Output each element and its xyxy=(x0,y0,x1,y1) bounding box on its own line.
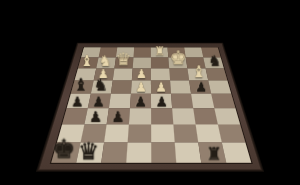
chess-3d-scene: ♜♝♞♛♚♞♟♟♝♝♞♟♟♟♟♟♟♟♟♟♚♛♜ xyxy=(0,0,300,185)
square-e4[interactable]: ♟ xyxy=(131,80,151,93)
square-c4[interactable] xyxy=(170,80,191,93)
square-b8[interactable]: ♜ xyxy=(198,143,226,163)
piece-black-R-b8[interactable]: ♜ xyxy=(201,145,226,163)
square-g5[interactable]: ♟ xyxy=(88,94,111,109)
square-b4[interactable]: ♟ xyxy=(189,80,211,93)
square-d5[interactable]: ♟ xyxy=(151,94,172,109)
square-d7[interactable] xyxy=(151,124,175,142)
piece-white-K-c2[interactable]: ♚ xyxy=(169,49,187,68)
piece-white-P-e3[interactable]: ♟ xyxy=(132,68,151,80)
square-a6[interactable] xyxy=(214,108,240,124)
square-a3[interactable] xyxy=(206,68,228,80)
square-f7[interactable] xyxy=(104,124,129,142)
piece-white-R-d1[interactable]: ♜ xyxy=(151,45,168,57)
chess-board: ♜♝♞♛♚♞♟♟♝♝♞♟♟♟♟♟♟♟♟♟♚♛♜ xyxy=(51,47,251,162)
square-g6[interactable]: ♟ xyxy=(84,108,109,124)
square-e8[interactable] xyxy=(126,143,151,163)
square-c3[interactable] xyxy=(169,68,189,80)
piece-white-B-b3[interactable]: ♝ xyxy=(189,64,208,80)
square-f4[interactable] xyxy=(111,80,132,93)
square-e1[interactable] xyxy=(133,47,150,57)
square-f6[interactable]: ♟ xyxy=(107,108,130,124)
square-c2[interactable]: ♚ xyxy=(168,57,187,68)
piece-black-B-h4[interactable]: ♝ xyxy=(71,77,91,94)
square-d4[interactable]: ♟ xyxy=(151,80,171,93)
square-f2[interactable]: ♛ xyxy=(114,57,133,68)
square-a7[interactable] xyxy=(218,124,245,142)
piece-black-N-g4[interactable]: ♞ xyxy=(91,78,111,94)
square-b5[interactable] xyxy=(191,94,214,109)
piece-black-P-g5[interactable]: ♟ xyxy=(88,95,109,109)
piece-white-P-d4[interactable]: ♟ xyxy=(151,81,171,94)
square-c7[interactable] xyxy=(173,124,198,142)
square-c8[interactable] xyxy=(175,143,202,163)
square-e6[interactable] xyxy=(129,108,151,124)
piece-black-Q-g8[interactable]: ♛ xyxy=(76,139,101,163)
square-c5[interactable] xyxy=(171,94,193,109)
square-c6[interactable] xyxy=(172,108,195,124)
piece-black-K-h8[interactable]: ♚ xyxy=(51,137,76,163)
piece-white-Q-f2[interactable]: ♛ xyxy=(114,51,132,68)
square-f5[interactable] xyxy=(109,94,131,109)
square-a4[interactable] xyxy=(208,80,231,93)
square-f8[interactable] xyxy=(101,143,127,163)
piece-white-P-e4[interactable]: ♟ xyxy=(131,81,151,94)
piece-black-P-d5[interactable]: ♟ xyxy=(151,95,172,109)
board-tilt-wrapper: ♜♝♞♛♚♞♟♟♝♝♞♟♟♟♟♟♟♟♟♟♚♛♜ xyxy=(36,43,264,172)
board-frame: ♜♝♞♛♚♞♟♟♝♝♞♟♟♟♟♟♟♟♟♟♚♛♜ xyxy=(36,43,264,172)
square-d2[interactable] xyxy=(151,57,169,68)
square-a5[interactable] xyxy=(211,94,235,109)
piece-white-B-h2[interactable]: ♝ xyxy=(78,53,96,69)
piece-black-N-a2[interactable]: ♞ xyxy=(206,54,224,69)
piece-black-P-b4[interactable]: ♟ xyxy=(191,81,211,94)
square-d1[interactable]: ♜ xyxy=(151,47,168,57)
square-b7[interactable] xyxy=(196,124,222,142)
square-f3[interactable] xyxy=(113,68,133,80)
piece-black-P-g6[interactable]: ♟ xyxy=(84,110,106,124)
piece-black-P-e5[interactable]: ♟ xyxy=(130,95,151,109)
square-g4[interactable]: ♞ xyxy=(91,80,113,93)
square-d8[interactable] xyxy=(151,143,176,163)
piece-black-P-h5[interactable]: ♟ xyxy=(67,95,88,109)
square-e5[interactable]: ♟ xyxy=(130,94,151,109)
piece-black-P-f6[interactable]: ♟ xyxy=(107,110,129,124)
square-e7[interactable] xyxy=(128,124,152,142)
square-g8[interactable]: ♛ xyxy=(76,143,104,163)
square-d6[interactable] xyxy=(151,108,173,124)
